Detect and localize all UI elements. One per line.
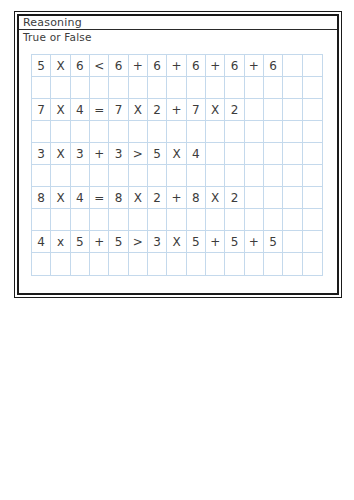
grid-cell <box>225 77 244 99</box>
equation-cell: X <box>129 99 148 121</box>
equation-cell: + <box>206 55 225 77</box>
equation-cell: x <box>51 231 70 253</box>
grid-cell <box>90 209 109 231</box>
grid-cell <box>51 253 70 275</box>
equation-cell: 6 <box>225 55 244 77</box>
grid-cell <box>187 77 206 99</box>
grid-cell <box>109 209 128 231</box>
grid-cell <box>148 209 167 231</box>
equation-cell: + <box>245 231 264 253</box>
grid-cell <box>32 77 51 99</box>
grid-cell <box>109 165 128 187</box>
grid-cell <box>245 121 264 143</box>
equation-cell: 5 <box>225 231 244 253</box>
grid-cell <box>264 187 283 209</box>
equation-cell: 2 <box>148 99 167 121</box>
equation-cell: X <box>51 55 70 77</box>
grid-cell <box>167 165 186 187</box>
equation-cell: X <box>51 143 70 165</box>
grid-cell <box>283 165 302 187</box>
grid-cell <box>167 209 186 231</box>
grid-cell <box>206 253 225 275</box>
equation-cell: 6 <box>187 55 206 77</box>
equation-cell: > <box>129 231 148 253</box>
equation-cell: 7 <box>187 99 206 121</box>
equation-cell: + <box>206 231 225 253</box>
grid-cell <box>245 143 264 165</box>
equation-cell: + <box>167 187 186 209</box>
equation-cell: 5 <box>264 231 283 253</box>
equation-cell: + <box>90 231 109 253</box>
grid-cell <box>206 209 225 231</box>
grid-cell <box>303 121 322 143</box>
grid-cell <box>245 99 264 121</box>
grid-cell <box>225 209 244 231</box>
equation-cell: = <box>90 187 109 209</box>
grid-cell <box>206 143 225 165</box>
grid-cell <box>303 209 322 231</box>
equation-cell: 4 <box>71 187 90 209</box>
grid-cell <box>225 121 244 143</box>
grid-cell <box>245 209 264 231</box>
grid-cell <box>109 77 128 99</box>
grid-cell <box>283 253 302 275</box>
grid-cell <box>129 121 148 143</box>
grid-cell <box>283 99 302 121</box>
grid-cell <box>167 121 186 143</box>
grid-cell <box>90 121 109 143</box>
grid-cell <box>32 253 51 275</box>
grid-cell <box>264 143 283 165</box>
grid-cell <box>90 253 109 275</box>
equation-cell: 6 <box>71 55 90 77</box>
grid-cell <box>264 209 283 231</box>
equation-cell: 7 <box>32 99 51 121</box>
grid-cell <box>167 77 186 99</box>
equation-cell: 6 <box>109 55 128 77</box>
grid-cell <box>245 253 264 275</box>
page-title: Reasoning <box>19 16 337 30</box>
equation-cell: < <box>90 55 109 77</box>
grid-cell <box>129 77 148 99</box>
grid-cell <box>245 187 264 209</box>
equation-cell: X <box>129 187 148 209</box>
grid-cell <box>303 231 322 253</box>
grid-cell <box>206 77 225 99</box>
grid-cell <box>264 121 283 143</box>
grid-cell <box>148 253 167 275</box>
equation-cell: X <box>206 99 225 121</box>
grid-cell <box>187 165 206 187</box>
equation-cell: 5 <box>187 231 206 253</box>
grid-cell <box>51 77 70 99</box>
grid-cell <box>148 121 167 143</box>
grid-cell <box>129 209 148 231</box>
equation-cell: X <box>206 187 225 209</box>
grid-cell <box>129 253 148 275</box>
grid-cell <box>71 121 90 143</box>
grid-cell <box>225 143 244 165</box>
equation-cell: 5 <box>148 143 167 165</box>
grid-cell <box>264 77 283 99</box>
grid-cell <box>206 165 225 187</box>
grid-cell <box>206 121 225 143</box>
grid-cell <box>283 209 302 231</box>
grid-cell <box>51 209 70 231</box>
equation-cell: 8 <box>109 187 128 209</box>
grid-cell <box>32 121 51 143</box>
grid-cell <box>225 165 244 187</box>
grid-cell <box>71 165 90 187</box>
grid-cell <box>187 209 206 231</box>
equation-cell: 7 <box>109 99 128 121</box>
worksheet-grid: 5X6<6+6+6+6+67X4=7X2+7X23X3+3>5X48X4=8X2… <box>31 54 323 276</box>
grid-cell <box>32 209 51 231</box>
equation-cell: 3 <box>148 231 167 253</box>
grid-cell <box>283 55 302 77</box>
worksheet-frame: Reasoning True or False 5X6<6+6+6+6+67X4… <box>14 11 342 298</box>
grid-cell <box>303 55 322 77</box>
grid-cell <box>167 253 186 275</box>
grid-cell <box>303 165 322 187</box>
equation-cell: 5 <box>109 231 128 253</box>
grid-cell <box>264 253 283 275</box>
equation-cell: 8 <box>187 187 206 209</box>
page-subtitle: True or False <box>19 30 337 43</box>
grid-cell <box>303 187 322 209</box>
grid-cell <box>283 143 302 165</box>
grid-cell <box>264 99 283 121</box>
grid-cell <box>245 165 264 187</box>
equation-cell: + <box>167 99 186 121</box>
grid-cell <box>283 187 302 209</box>
grid-cell <box>90 165 109 187</box>
equation-cell: 5 <box>32 55 51 77</box>
grid-cell <box>51 121 70 143</box>
grid-cell <box>303 77 322 99</box>
equation-cell: 2 <box>148 187 167 209</box>
grid-cell <box>187 121 206 143</box>
equation-cell: + <box>129 55 148 77</box>
grid-cell <box>303 143 322 165</box>
grid-cell <box>245 77 264 99</box>
grid-cell <box>225 253 244 275</box>
grid-cell <box>90 77 109 99</box>
equation-cell: = <box>90 99 109 121</box>
equation-cell: 4 <box>187 143 206 165</box>
equation-cell: X <box>167 231 186 253</box>
equation-cell: X <box>51 187 70 209</box>
grid-cell <box>71 77 90 99</box>
grid-cell <box>187 253 206 275</box>
grid-cell <box>264 165 283 187</box>
grid-cell <box>51 165 70 187</box>
grid-cell <box>303 253 322 275</box>
grid-cell <box>109 253 128 275</box>
grid-cell <box>129 165 148 187</box>
equation-cell: 6 <box>264 55 283 77</box>
grid-cell <box>71 253 90 275</box>
equation-cell: 3 <box>71 143 90 165</box>
grid-cell <box>283 231 302 253</box>
equation-cell: + <box>167 55 186 77</box>
equation-cell: > <box>129 143 148 165</box>
equation-cell: 4 <box>71 99 90 121</box>
equation-cell: 2 <box>225 99 244 121</box>
equation-cell: X <box>51 99 70 121</box>
grid-cell <box>148 165 167 187</box>
equation-cell: 6 <box>148 55 167 77</box>
equation-cell: 4 <box>32 231 51 253</box>
grid-cell <box>109 121 128 143</box>
grid-cell <box>303 99 322 121</box>
worksheet-inner-frame: Reasoning True or False 5X6<6+6+6+6+67X4… <box>17 14 339 295</box>
grid-cell <box>71 209 90 231</box>
grid-cell <box>148 77 167 99</box>
equation-cell: 8 <box>32 187 51 209</box>
grid-cell <box>283 121 302 143</box>
equation-cell: + <box>245 55 264 77</box>
grid-cell <box>32 165 51 187</box>
equation-cell: 2 <box>225 187 244 209</box>
equation-cell: 3 <box>109 143 128 165</box>
equation-cell: 3 <box>32 143 51 165</box>
grid-cell <box>283 77 302 99</box>
equation-cell: + <box>90 143 109 165</box>
equation-cell: X <box>167 143 186 165</box>
equation-cell: 5 <box>71 231 90 253</box>
